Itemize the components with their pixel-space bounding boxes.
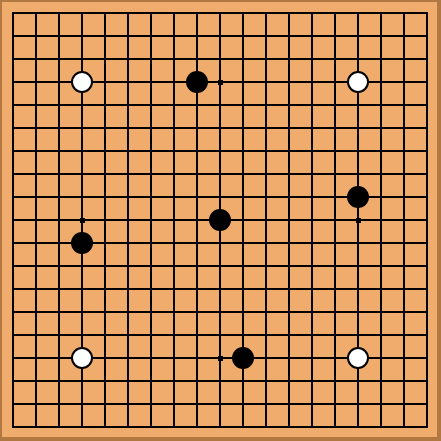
board-intersection [140,324,163,347]
board-intersection [416,278,439,301]
board-intersection [117,278,140,301]
board-intersection [48,48,71,71]
board-intersection [186,416,209,439]
board-intersection [278,94,301,117]
board-intersection [2,186,25,209]
board-intersection [71,347,94,370]
board-intersection [94,255,117,278]
board-intersection [301,278,324,301]
board-intersection [416,186,439,209]
board-intersection [209,163,232,186]
board-intersection [416,48,439,71]
board-intersection [393,2,416,25]
board-intersection [370,117,393,140]
board-intersection [71,301,94,324]
board-intersection [370,209,393,232]
board-intersection [324,186,347,209]
board-intersection [140,347,163,370]
board-intersection [140,209,163,232]
board-intersection [416,209,439,232]
board-intersection [94,140,117,163]
board-intersection [94,347,117,370]
board-intersection [393,140,416,163]
board-intersection [393,94,416,117]
board-intersection [94,301,117,324]
board-intersection [232,416,255,439]
board-intersection [25,347,48,370]
board-intersection [324,301,347,324]
board-intersection [94,25,117,48]
board-intersection [94,278,117,301]
board-intersection [48,416,71,439]
board-intersection [416,232,439,255]
board-intersection [94,232,117,255]
board-intersection [416,94,439,117]
board-intersection [186,232,209,255]
board-intersection [209,2,232,25]
board-intersection [347,209,370,232]
board-intersection [186,140,209,163]
board-intersection [278,347,301,370]
board-intersection [393,209,416,232]
board-intersection [25,416,48,439]
board-intersection [2,71,25,94]
board-intersection [255,255,278,278]
board-intersection [25,2,48,25]
board-intersection [186,209,209,232]
board-intersection [2,48,25,71]
board-intersection [94,186,117,209]
board-intersection [278,255,301,278]
board-intersection [255,94,278,117]
board-intersection [25,48,48,71]
board-intersection [117,140,140,163]
board-intersection [416,2,439,25]
board-intersection [2,117,25,140]
board-intersection [255,71,278,94]
board-intersection [48,117,71,140]
board-intersection [163,301,186,324]
board-intersection [209,232,232,255]
board-intersection [117,94,140,117]
board-intersection [393,393,416,416]
board-intersection [94,393,117,416]
board-intersection [117,71,140,94]
board-intersection [347,186,370,209]
board-intersection [393,232,416,255]
board-intersection [140,278,163,301]
board-intersection [209,209,232,232]
board-intersection [163,71,186,94]
board-intersection [209,393,232,416]
board-intersection [324,347,347,370]
board-intersection [301,347,324,370]
board-intersection [278,278,301,301]
board-intersection [140,48,163,71]
board-intersection [2,232,25,255]
board-intersection [209,186,232,209]
board-intersection [278,209,301,232]
board-intersection [71,25,94,48]
board-intersection [140,117,163,140]
board-intersection [48,278,71,301]
board-intersection [186,301,209,324]
board-intersection [25,232,48,255]
board-intersection [370,163,393,186]
board-intersection [71,186,94,209]
board-intersection [416,393,439,416]
board-intersection [117,186,140,209]
board-intersection [2,25,25,48]
board-intersection [347,301,370,324]
board-intersection [347,278,370,301]
board-intersection [186,393,209,416]
board-intersection [416,140,439,163]
board-intersection [71,232,94,255]
board-intersection [140,370,163,393]
board-intersection [209,301,232,324]
board-intersection [25,94,48,117]
board-intersection [393,117,416,140]
board-intersection [324,2,347,25]
board-intersection [232,163,255,186]
board-intersection [48,163,71,186]
board-intersection [347,370,370,393]
board-intersection [347,393,370,416]
board-intersection [255,370,278,393]
board-intersection [255,186,278,209]
board-intersection [163,324,186,347]
board-intersection [255,2,278,25]
board-intersection [2,301,25,324]
board-intersection [370,25,393,48]
board-intersection [25,186,48,209]
board-intersection [140,186,163,209]
board-intersection [393,301,416,324]
board-intersection [278,71,301,94]
board-intersection [393,347,416,370]
board-intersection [347,25,370,48]
board-intersection [301,232,324,255]
board-intersection [48,370,71,393]
board-intersection [347,2,370,25]
board-intersection [232,25,255,48]
board-intersection [25,209,48,232]
board-intersection [186,2,209,25]
board-intersection [71,71,94,94]
board-intersection [255,416,278,439]
board-intersection [370,232,393,255]
board-intersection [117,370,140,393]
board-intersection [163,140,186,163]
board-intersection [163,232,186,255]
board-intersection [301,25,324,48]
board-intersection [232,140,255,163]
board-intersection [209,117,232,140]
board-intersection [347,94,370,117]
board-intersection [370,94,393,117]
board-intersection [370,324,393,347]
board-intersection [25,393,48,416]
board-intersection [48,140,71,163]
board-intersection [416,324,439,347]
star-point [218,80,223,85]
board-intersection [278,48,301,71]
board-intersection [140,94,163,117]
board-intersection [186,370,209,393]
board-intersection [71,393,94,416]
board-intersection [186,278,209,301]
board-intersection [140,416,163,439]
board-intersection [232,393,255,416]
board-intersection [301,416,324,439]
board-intersection [347,416,370,439]
board-intersection [48,209,71,232]
board-intersection [301,301,324,324]
board-intersection [140,25,163,48]
board-intersection [393,324,416,347]
board-intersection [301,370,324,393]
board-intersection [25,117,48,140]
board-intersection [2,347,25,370]
board-intersection [186,347,209,370]
board-intersection [209,48,232,71]
board-intersection [347,255,370,278]
board-intersection [301,48,324,71]
board-intersection [2,393,25,416]
board-intersection [2,94,25,117]
board-intersection [25,278,48,301]
board-intersection [393,25,416,48]
board-intersection [140,71,163,94]
board-intersection [324,370,347,393]
board-intersection [255,278,278,301]
board-intersection [2,255,25,278]
board-intersection [117,255,140,278]
board-intersection [25,301,48,324]
board-intersection [71,416,94,439]
board-intersection [232,94,255,117]
board-intersection [232,2,255,25]
board-intersection [94,209,117,232]
board-intersection [416,71,439,94]
board-intersection [209,94,232,117]
board-intersection [25,370,48,393]
board-intersection [48,393,71,416]
board-intersection [232,301,255,324]
board-intersection [186,163,209,186]
board-intersection [393,416,416,439]
board-intersection [301,94,324,117]
board-intersection [71,140,94,163]
board-intersection [117,301,140,324]
board-intersection [370,140,393,163]
board-intersection [324,25,347,48]
board-intersection [209,347,232,370]
board-intersection [324,117,347,140]
board-intersection [232,232,255,255]
board-intersection [71,94,94,117]
board-intersection [301,2,324,25]
board-intersection [255,140,278,163]
board-intersection [117,209,140,232]
board-intersection [163,370,186,393]
board-intersection [232,255,255,278]
board-intersection [347,117,370,140]
board-intersection [324,71,347,94]
board-intersection [48,2,71,25]
board-intersection [25,25,48,48]
board-intersection [278,232,301,255]
white-stone [347,347,369,369]
board-intersection [163,209,186,232]
board-intersection [393,278,416,301]
board-intersection [255,393,278,416]
board-intersection [324,232,347,255]
board-intersection [278,25,301,48]
board-intersection [278,393,301,416]
board-intersection [117,347,140,370]
board-intersection [255,347,278,370]
board-intersection [324,416,347,439]
board-intersection [416,370,439,393]
white-stone [71,71,93,93]
board-intersection [209,25,232,48]
go-board [0,0,441,441]
board-intersection [393,186,416,209]
board-intersection [232,117,255,140]
board-intersection [301,71,324,94]
board-intersection [278,2,301,25]
board-intersection [370,255,393,278]
board-intersection [117,117,140,140]
white-stone [71,347,93,369]
board-intersection [117,416,140,439]
board-intersection [140,232,163,255]
black-stone [209,209,231,231]
board-intersection [370,48,393,71]
board-intersection [186,324,209,347]
board-intersection [2,140,25,163]
board-intersection [393,71,416,94]
board-intersection [416,301,439,324]
board-intersection [163,117,186,140]
board-intersection [94,163,117,186]
board-intersection [94,48,117,71]
board-intersection [301,186,324,209]
board-intersection [232,186,255,209]
board-intersection [393,370,416,393]
board-intersection [71,117,94,140]
board-intersection [2,278,25,301]
board-intersection [301,393,324,416]
board-intersection [278,163,301,186]
board-intersection [186,186,209,209]
board-intersection [2,370,25,393]
board-intersection [416,416,439,439]
black-stone [186,71,208,93]
board-intersection [71,255,94,278]
board-intersection [301,209,324,232]
board-intersection [209,416,232,439]
board-intersection [163,48,186,71]
board-intersection [393,48,416,71]
board-intersection [255,301,278,324]
board-intersection [324,255,347,278]
board-intersection [71,2,94,25]
board-intersection [25,255,48,278]
board-intersection [301,117,324,140]
board-intersection [301,324,324,347]
white-stone [347,71,369,93]
board-intersection [324,393,347,416]
board-intersection [393,163,416,186]
board-intersection [25,140,48,163]
board-intersection [48,255,71,278]
board-intersection [209,140,232,163]
board-intersection [324,209,347,232]
board-intersection [25,163,48,186]
board-intersection [71,370,94,393]
board-intersection [255,163,278,186]
board-intersection [301,140,324,163]
board-intersection [255,209,278,232]
board-intersection [370,347,393,370]
board-intersection [232,370,255,393]
board-intersection [416,117,439,140]
board-intersection [370,71,393,94]
board-intersection [232,209,255,232]
board-intersection [232,48,255,71]
board-intersection [416,163,439,186]
board-intersection [48,232,71,255]
board-intersection [117,324,140,347]
board-intersection [117,48,140,71]
board-intersection [186,48,209,71]
board-intersection [347,347,370,370]
board-intersection [94,71,117,94]
board-intersection [278,416,301,439]
board-intersection [48,186,71,209]
board-intersection [232,347,255,370]
board-intersection [416,347,439,370]
board-intersection [117,163,140,186]
board-intersection [140,255,163,278]
board-intersection [324,324,347,347]
board-intersection [370,416,393,439]
star-point [218,356,223,361]
board-intersection [48,301,71,324]
board-intersection [163,186,186,209]
board-intersection [416,255,439,278]
board-intersection [301,255,324,278]
board-intersection [117,2,140,25]
board-intersection [140,140,163,163]
board-intersection [393,255,416,278]
board-intersection [186,94,209,117]
board-intersection [324,140,347,163]
board-intersection [278,117,301,140]
board-intersection [71,209,94,232]
board-intersection [370,2,393,25]
black-stone [232,347,254,369]
board-intersection [232,71,255,94]
board-intersection [163,347,186,370]
board-intersection [140,2,163,25]
board-intersection [347,232,370,255]
board-intersection [48,94,71,117]
board-intersection [94,370,117,393]
